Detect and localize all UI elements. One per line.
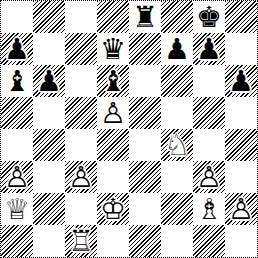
square-e3[interactable] [129, 161, 161, 193]
square-b4[interactable] [33, 129, 65, 161]
square-d5[interactable]: ♟♙ [97, 97, 129, 129]
piece-glyph: ♟ [33, 65, 65, 97]
square-c5[interactable] [65, 97, 97, 129]
square-c8[interactable] [65, 1, 97, 33]
square-a2[interactable]: ♛♕ [1, 193, 33, 225]
square-h1[interactable] [225, 225, 257, 257]
square-h4[interactable] [225, 129, 257, 161]
piece-glyph: ♝ [97, 65, 129, 97]
white-pawn: ♟♙ [225, 193, 257, 225]
square-d3[interactable] [97, 161, 129, 193]
piece-glyph: ♙ [225, 193, 257, 225]
black-pawn: ♟♟ [161, 33, 193, 65]
square-g6[interactable] [193, 65, 225, 97]
black-bishop: ♝♝ [97, 65, 129, 97]
piece-glyph: ♖ [65, 225, 97, 257]
square-b6[interactable]: ♟♟ [33, 65, 65, 97]
white-rook: ♜♖ [65, 225, 97, 257]
square-h5[interactable] [225, 97, 257, 129]
piece-glyph: ♕ [1, 193, 33, 225]
black-rook: ♜♜ [129, 1, 161, 33]
square-h2[interactable]: ♟♙ [225, 193, 257, 225]
square-g2[interactable]: ♝♗ [193, 193, 225, 225]
piece-glyph: ♚ [193, 1, 225, 33]
square-b1[interactable] [33, 225, 65, 257]
piece-glyph: ♟ [161, 33, 193, 65]
square-c2[interactable] [65, 193, 97, 225]
square-h6[interactable]: ♟♟ [225, 65, 257, 97]
piece-glyph: ♙ [193, 161, 225, 193]
square-e4[interactable] [129, 129, 161, 161]
chess-board: ♜♜♚♚♟♟♛♛♟♟♟♟♝♝♟♟♝♝♟♟♟♙♞♘♟♙♟♙♟♙♛♕♚♔♝♗♟♙♜♖ [0, 0, 258, 258]
black-pawn: ♟♟ [193, 33, 225, 65]
square-h3[interactable] [225, 161, 257, 193]
square-g4[interactable] [193, 129, 225, 161]
piece-glyph: ♙ [1, 161, 33, 193]
square-e5[interactable] [129, 97, 161, 129]
square-h8[interactable] [225, 1, 257, 33]
square-a8[interactable] [1, 1, 33, 33]
square-h7[interactable] [225, 33, 257, 65]
square-f4[interactable]: ♞♘ [161, 129, 193, 161]
square-b8[interactable] [33, 1, 65, 33]
square-g8[interactable]: ♚♚ [193, 1, 225, 33]
black-pawn: ♟♟ [1, 33, 33, 65]
piece-glyph: ♙ [97, 97, 129, 129]
black-pawn: ♟♟ [33, 65, 65, 97]
square-f3[interactable] [161, 161, 193, 193]
black-bishop: ♝♝ [1, 65, 33, 97]
white-bishop: ♝♗ [193, 193, 225, 225]
white-pawn: ♟♙ [193, 161, 225, 193]
square-a6[interactable]: ♝♝ [1, 65, 33, 97]
square-a3[interactable]: ♟♙ [1, 161, 33, 193]
piece-glyph: ♟ [1, 33, 33, 65]
white-pawn: ♟♙ [97, 97, 129, 129]
square-c1[interactable]: ♜♖ [65, 225, 97, 257]
piece-glyph: ♟ [193, 33, 225, 65]
square-d1[interactable] [97, 225, 129, 257]
square-d7[interactable]: ♛♛ [97, 33, 129, 65]
square-c6[interactable] [65, 65, 97, 97]
square-g5[interactable] [193, 97, 225, 129]
square-f1[interactable] [161, 225, 193, 257]
square-d8[interactable] [97, 1, 129, 33]
black-king: ♚♚ [193, 1, 225, 33]
square-f7[interactable]: ♟♟ [161, 33, 193, 65]
piece-glyph: ♜ [129, 1, 161, 33]
square-g1[interactable] [193, 225, 225, 257]
square-e6[interactable] [129, 65, 161, 97]
square-c4[interactable] [65, 129, 97, 161]
white-pawn: ♟♙ [65, 161, 97, 193]
white-queen: ♛♕ [1, 193, 33, 225]
square-d4[interactable] [97, 129, 129, 161]
square-b5[interactable] [33, 97, 65, 129]
square-e7[interactable] [129, 33, 161, 65]
piece-glyph: ♘ [161, 129, 193, 161]
square-a5[interactable] [1, 97, 33, 129]
square-g3[interactable]: ♟♙ [193, 161, 225, 193]
square-e2[interactable] [129, 193, 161, 225]
white-knight: ♞♘ [161, 129, 193, 161]
square-a7[interactable]: ♟♟ [1, 33, 33, 65]
square-f2[interactable] [161, 193, 193, 225]
square-b3[interactable] [33, 161, 65, 193]
square-b2[interactable] [33, 193, 65, 225]
black-pawn: ♟♟ [225, 65, 257, 97]
square-f5[interactable] [161, 97, 193, 129]
square-a1[interactable] [1, 225, 33, 257]
square-d2[interactable]: ♚♔ [97, 193, 129, 225]
white-king: ♚♔ [97, 193, 129, 225]
square-f6[interactable] [161, 65, 193, 97]
square-c3[interactable]: ♟♙ [65, 161, 97, 193]
black-queen: ♛♛ [97, 33, 129, 65]
piece-glyph: ♛ [97, 33, 129, 65]
square-c7[interactable] [65, 33, 97, 65]
white-pawn: ♟♙ [1, 161, 33, 193]
square-e8[interactable]: ♜♜ [129, 1, 161, 33]
square-b7[interactable] [33, 33, 65, 65]
piece-glyph: ♙ [65, 161, 97, 193]
square-d6[interactable]: ♝♝ [97, 65, 129, 97]
square-e1[interactable] [129, 225, 161, 257]
piece-glyph: ♟ [225, 65, 257, 97]
square-a4[interactable] [1, 129, 33, 161]
square-g7[interactable]: ♟♟ [193, 33, 225, 65]
piece-glyph: ♗ [193, 193, 225, 225]
piece-glyph: ♔ [97, 193, 129, 225]
square-f8[interactable] [161, 1, 193, 33]
piece-glyph: ♝ [1, 65, 33, 97]
